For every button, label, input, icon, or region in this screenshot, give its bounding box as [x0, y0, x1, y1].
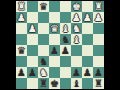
- square-f5[interactable]: [38, 45, 49, 56]
- square-a8[interactable]: ♜: [93, 78, 104, 89]
- square-h7[interactable]: ♟: [16, 67, 27, 78]
- square-a2[interactable]: ♟: [93, 12, 104, 23]
- square-h1[interactable]: ♜: [16, 1, 27, 12]
- square-h2[interactable]: ♟: [16, 12, 27, 23]
- square-g3[interactable]: ♟: [27, 23, 38, 34]
- square-c6[interactable]: [71, 56, 82, 67]
- square-b8[interactable]: [82, 78, 93, 89]
- chess-app-frame: ♜♛♚♜♟♟♟♟♟♛♝♞♞♝♛♟♟♞♟♟♞♟♟♟♜♚♝♜: [0, 0, 120, 90]
- square-d4[interactable]: ♞: [60, 34, 71, 45]
- black-pawn-h7[interactable]: ♟: [16, 67, 27, 78]
- square-g1[interactable]: [27, 1, 38, 12]
- square-d7[interactable]: [60, 67, 71, 78]
- square-h3[interactable]: [16, 23, 27, 34]
- white-king-c1[interactable]: ♚: [71, 1, 82, 12]
- white-pawn-g3[interactable]: ♟: [27, 23, 38, 34]
- square-d1[interactable]: [60, 1, 71, 12]
- square-e6[interactable]: [49, 56, 60, 67]
- black-knight-d4[interactable]: ♞: [60, 34, 71, 45]
- white-bishop-c4[interactable]: ♝: [71, 34, 82, 45]
- black-rook-f8[interactable]: ♜: [38, 78, 49, 89]
- square-f7[interactable]: ♞: [38, 67, 49, 78]
- square-d6[interactable]: [60, 56, 71, 67]
- white-queen-e3[interactable]: ♛: [49, 23, 60, 34]
- square-e7[interactable]: [49, 67, 60, 78]
- square-h6[interactable]: [16, 56, 27, 67]
- square-h8[interactable]: [16, 78, 27, 89]
- letterbox-right: [104, 0, 120, 90]
- black-queen-f1[interactable]: ♛: [38, 1, 49, 12]
- square-c5[interactable]: [71, 45, 82, 56]
- black-queen-h5[interactable]: ♛: [16, 45, 27, 56]
- black-pawn-d5[interactable]: ♟: [60, 45, 71, 56]
- white-pawn-b2[interactable]: ♟: [82, 12, 93, 23]
- white-knight-f7[interactable]: ♞: [38, 67, 49, 78]
- black-rook-a8[interactable]: ♜: [93, 78, 104, 89]
- square-c1[interactable]: ♚: [71, 1, 82, 12]
- square-c7[interactable]: ♟: [71, 67, 82, 78]
- square-d3[interactable]: ♝: [60, 23, 71, 34]
- square-b5[interactable]: [82, 45, 93, 56]
- white-rook-h1[interactable]: ♜: [16, 1, 27, 12]
- black-king-e8[interactable]: ♚: [49, 78, 60, 89]
- square-f4[interactable]: [38, 34, 49, 45]
- square-c8[interactable]: ♝: [71, 78, 82, 89]
- square-f2[interactable]: [38, 12, 49, 23]
- square-a7[interactable]: ♟: [93, 67, 104, 78]
- letterbox-left: [0, 0, 16, 90]
- white-bishop-d3[interactable]: ♝: [60, 23, 71, 34]
- square-e8[interactable]: ♚: [49, 78, 60, 89]
- square-a5[interactable]: [93, 45, 104, 56]
- white-rook-a1[interactable]: ♜: [93, 1, 104, 12]
- square-b3[interactable]: [82, 23, 93, 34]
- square-d5[interactable]: ♟: [60, 45, 71, 56]
- white-pawn-h2[interactable]: ♟: [16, 12, 27, 23]
- square-e2[interactable]: [49, 12, 60, 23]
- square-g7[interactable]: ♟: [27, 67, 38, 78]
- square-e5[interactable]: ♟: [49, 45, 60, 56]
- square-a4[interactable]: [93, 34, 104, 45]
- square-b1[interactable]: [82, 1, 93, 12]
- black-pawn-a7[interactable]: ♟: [93, 67, 104, 78]
- square-g6[interactable]: [27, 56, 38, 67]
- square-c4[interactable]: ♝: [71, 34, 82, 45]
- square-g2[interactable]: [27, 12, 38, 23]
- square-h4[interactable]: [16, 34, 27, 45]
- square-a6[interactable]: [93, 56, 104, 67]
- black-pawn-b7[interactable]: ♟: [82, 67, 93, 78]
- square-f6[interactable]: ♞: [38, 56, 49, 67]
- square-c3[interactable]: ♞: [71, 23, 82, 34]
- square-f8[interactable]: ♜: [38, 78, 49, 89]
- square-b4[interactable]: [82, 34, 93, 45]
- square-a3[interactable]: [93, 23, 104, 34]
- white-pawn-c2[interactable]: ♟: [71, 12, 82, 23]
- square-a1[interactable]: ♜: [93, 1, 104, 12]
- square-e3[interactable]: ♛: [49, 23, 60, 34]
- square-g4[interactable]: [27, 34, 38, 45]
- black-pawn-g7[interactable]: ♟: [27, 67, 38, 78]
- square-b2[interactable]: ♟: [82, 12, 93, 23]
- white-pawn-a2[interactable]: ♟: [93, 12, 104, 23]
- black-pawn-c7[interactable]: ♟: [71, 67, 82, 78]
- square-b6[interactable]: [82, 56, 93, 67]
- square-d8[interactable]: [60, 78, 71, 89]
- square-d2[interactable]: [60, 12, 71, 23]
- black-knight-f6[interactable]: ♞: [38, 56, 49, 67]
- black-bishop-c8[interactable]: ♝: [71, 78, 82, 89]
- chess-board[interactable]: ♜♛♚♜♟♟♟♟♟♛♝♞♞♝♛♟♟♞♟♟♞♟♟♟♜♚♝♜: [16, 1, 104, 89]
- black-pawn-e5[interactable]: ♟: [49, 45, 60, 56]
- square-b7[interactable]: ♟: [82, 67, 93, 78]
- white-knight-c3[interactable]: ♞: [71, 23, 82, 34]
- square-h5[interactable]: ♛: [16, 45, 27, 56]
- square-c2[interactable]: ♟: [71, 12, 82, 23]
- square-e4[interactable]: [49, 34, 60, 45]
- square-f3[interactable]: [38, 23, 49, 34]
- square-g8[interactable]: [27, 78, 38, 89]
- square-g5[interactable]: [27, 45, 38, 56]
- square-f1[interactable]: ♛: [38, 1, 49, 12]
- square-e1[interactable]: [49, 1, 60, 12]
